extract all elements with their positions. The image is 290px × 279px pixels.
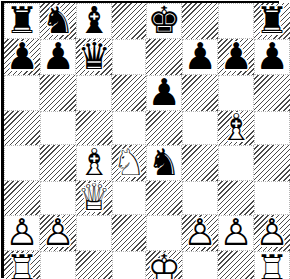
square-b4[interactable] — [40, 145, 76, 181]
square-g2[interactable]: ♟♙ — [218, 215, 254, 251]
square-g1[interactable] — [218, 251, 254, 279]
black-pawn[interactable]: ♟♟ — [41, 40, 75, 74]
square-a8[interactable]: ♜♜ — [4, 3, 40, 39]
black-pawn[interactable]: ♟♟ — [183, 40, 217, 74]
square-c5[interactable] — [76, 111, 112, 145]
square-d6[interactable] — [112, 75, 146, 111]
square-b2[interactable]: ♟♙ — [40, 215, 76, 251]
black-pawn[interactable]: ♟♟ — [219, 40, 253, 74]
white-pawn[interactable]: ♟♙ — [41, 216, 75, 250]
piece-glyph: ♟ — [183, 40, 217, 74]
white-queen[interactable]: ♛♕ — [77, 181, 111, 215]
black-pawn[interactable]: ♟♟ — [5, 40, 39, 74]
square-a4[interactable] — [4, 145, 40, 181]
piece-glyph: ♙ — [219, 216, 253, 250]
square-e2[interactable] — [146, 215, 182, 251]
black-knight[interactable]: ♞♞ — [41, 4, 75, 38]
square-e6[interactable]: ♟♟ — [146, 75, 182, 111]
piece-glyph: ♛ — [77, 40, 111, 74]
square-g7[interactable]: ♟♟ — [218, 39, 254, 75]
black-rook[interactable]: ♜♜ — [255, 4, 289, 38]
piece-glyph: ♟ — [147, 76, 181, 110]
square-f5[interactable] — [182, 111, 218, 145]
black-knight[interactable]: ♞♞ — [147, 146, 181, 180]
square-g5[interactable]: ♝♗ — [218, 111, 254, 145]
white-bishop[interactable]: ♝♗ — [219, 111, 253, 145]
square-h1[interactable]: ♜♖ — [254, 251, 290, 279]
square-g4[interactable] — [218, 145, 254, 181]
square-f2[interactable]: ♟♙ — [182, 215, 218, 251]
piece-glyph: ♟ — [5, 40, 39, 74]
piece-glyph: ♟ — [219, 40, 253, 74]
square-d1[interactable] — [112, 251, 146, 279]
square-f7[interactable]: ♟♟ — [182, 39, 218, 75]
piece-glyph: ♖ — [5, 252, 39, 279]
piece-glyph: ♖ — [255, 252, 289, 279]
square-e1[interactable]: ♚♔ — [146, 251, 182, 279]
white-pawn[interactable]: ♟♙ — [219, 216, 253, 250]
white-rook[interactable]: ♜♖ — [255, 252, 289, 279]
white-pawn[interactable]: ♟♙ — [255, 216, 289, 250]
square-d5[interactable] — [112, 111, 146, 145]
piece-glyph: ♟ — [41, 40, 75, 74]
square-b6[interactable] — [40, 75, 76, 111]
square-f8[interactable] — [182, 3, 218, 39]
piece-glyph: ♗ — [77, 146, 111, 180]
white-bishop[interactable]: ♝♗ — [77, 146, 111, 180]
piece-glyph: ♚ — [147, 4, 181, 38]
white-rook[interactable]: ♜♖ — [5, 252, 39, 279]
square-d3[interactable] — [112, 181, 146, 215]
square-g3[interactable] — [218, 181, 254, 215]
square-d7[interactable] — [112, 39, 146, 75]
piece-glyph: ♜ — [255, 4, 289, 38]
square-a1[interactable]: ♜♖ — [4, 251, 40, 279]
square-e7[interactable] — [146, 39, 182, 75]
white-pawn[interactable]: ♟♙ — [183, 216, 217, 250]
board-frame: ♜♜♞♞♝♝♚♚♜♜♟♟♟♟♛♛♟♟♟♟♟♟♟♟♝♗♝♗♞♘♞♞♛♕♟♙♟♙♟♙… — [1, 1, 279, 278]
square-d2[interactable] — [112, 215, 146, 251]
piece-glyph: ♕ — [77, 181, 111, 215]
square-a3[interactable] — [4, 181, 40, 215]
piece-glyph: ♜ — [5, 4, 39, 38]
square-c7[interactable]: ♛♛ — [76, 39, 112, 75]
piece-glyph: ♔ — [147, 252, 181, 279]
square-c8[interactable]: ♝♝ — [76, 3, 112, 39]
black-queen[interactable]: ♛♛ — [77, 40, 111, 74]
square-h6[interactable] — [254, 75, 290, 111]
square-h4[interactable] — [254, 145, 290, 181]
piece-glyph: ♙ — [5, 216, 39, 250]
square-d8[interactable] — [112, 3, 146, 39]
black-rook[interactable]: ♜♜ — [5, 4, 39, 38]
piece-glyph: ♙ — [255, 216, 289, 250]
square-a6[interactable] — [4, 75, 40, 111]
square-c3[interactable]: ♛♕ — [76, 181, 112, 215]
square-e3[interactable] — [146, 181, 182, 215]
square-a5[interactable] — [4, 111, 40, 145]
chess-board: ♜♜♞♞♝♝♚♚♜♜♟♟♟♟♛♛♟♟♟♟♟♟♟♟♝♗♝♗♞♘♞♞♛♕♟♙♟♙♟♙… — [4, 3, 276, 275]
black-bishop[interactable]: ♝♝ — [77, 4, 111, 38]
square-c1[interactable] — [76, 251, 112, 279]
square-c2[interactable] — [76, 215, 112, 251]
black-pawn[interactable]: ♟♟ — [147, 76, 181, 110]
piece-glyph: ♘ — [112, 146, 146, 180]
black-king[interactable]: ♚♚ — [147, 4, 181, 38]
square-h2[interactable]: ♟♙ — [254, 215, 290, 251]
piece-glyph: ♙ — [41, 216, 75, 250]
white-king[interactable]: ♚♔ — [147, 252, 181, 279]
white-pawn[interactable]: ♟♙ — [5, 216, 39, 250]
piece-glyph: ♗ — [219, 111, 253, 145]
square-e8[interactable]: ♚♚ — [146, 3, 182, 39]
piece-glyph: ♟ — [255, 40, 289, 74]
square-h3[interactable] — [254, 181, 290, 215]
square-b8[interactable]: ♞♞ — [40, 3, 76, 39]
piece-glyph: ♝ — [77, 4, 111, 38]
square-f4[interactable] — [182, 145, 218, 181]
square-g8[interactable] — [218, 3, 254, 39]
piece-glyph: ♙ — [183, 216, 217, 250]
square-h7[interactable]: ♟♟ — [254, 39, 290, 75]
square-e5[interactable] — [146, 111, 182, 145]
square-e4[interactable]: ♞♞ — [146, 145, 182, 181]
square-f6[interactable] — [182, 75, 218, 111]
square-b3[interactable] — [40, 181, 76, 215]
square-a7[interactable]: ♟♟ — [4, 39, 40, 75]
square-a2[interactable]: ♟♙ — [4, 215, 40, 251]
square-f1[interactable] — [182, 251, 218, 279]
square-b5[interactable] — [40, 111, 76, 145]
white-knight[interactable]: ♞♘ — [112, 146, 146, 180]
square-c6[interactable] — [76, 75, 112, 111]
square-f3[interactable] — [182, 181, 218, 215]
square-d4[interactable]: ♞♘ — [112, 145, 146, 181]
piece-glyph: ♞ — [41, 4, 75, 38]
square-h8[interactable]: ♜♜ — [254, 3, 290, 39]
black-pawn[interactable]: ♟♟ — [255, 40, 289, 74]
square-b7[interactable]: ♟♟ — [40, 39, 76, 75]
piece-glyph: ♞ — [147, 146, 181, 180]
chess-diagram: ♜♜♞♞♝♝♚♚♜♜♟♟♟♟♛♛♟♟♟♟♟♟♟♟♝♗♝♗♞♘♞♞♛♕♟♙♟♙♟♙… — [0, 0, 280, 279]
square-h5[interactable] — [254, 111, 290, 145]
square-b1[interactable] — [40, 251, 76, 279]
